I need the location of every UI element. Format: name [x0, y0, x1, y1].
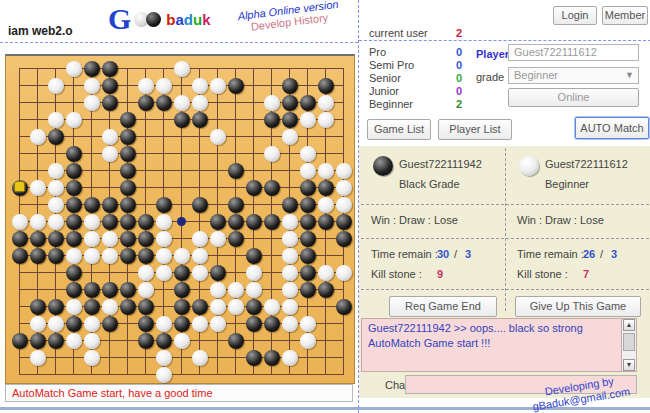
stat-label: Senior [369, 72, 401, 84]
white-stone [300, 112, 316, 128]
black-stone [282, 112, 298, 128]
black-stone [336, 214, 352, 230]
black-stone [66, 163, 82, 179]
site-tag: iam web2.o [8, 24, 73, 38]
black-stone [66, 146, 82, 162]
white-stone [30, 316, 46, 332]
white-stone [156, 316, 172, 332]
white-stone [192, 78, 208, 94]
black-time-main: 30 [437, 248, 449, 260]
white-stone [30, 180, 46, 196]
white-stone [30, 350, 46, 366]
current-user-count: 2 [456, 27, 462, 39]
white-stone [300, 163, 316, 179]
white-time-label: Time remain : [517, 248, 584, 260]
scroll-down-icon[interactable]: ▼ [623, 359, 635, 371]
white-stone [138, 265, 154, 281]
black-stone [264, 180, 280, 196]
white-stone [336, 197, 352, 213]
black-stone [66, 316, 82, 332]
black-stone [336, 231, 352, 247]
black-stone [120, 129, 136, 145]
black-stone [228, 197, 244, 213]
black-stone [192, 197, 208, 213]
black-stone [120, 180, 136, 196]
black-stone [282, 78, 298, 94]
black-stone [84, 197, 100, 213]
chat-message: Guest722111942 >> oops.... black so stro… [362, 319, 636, 334]
black-stone [210, 265, 226, 281]
white-stone [102, 248, 118, 264]
req-game-end-button[interactable]: Req Game End [389, 296, 497, 317]
black-stone [66, 197, 82, 213]
logo-letter: b [166, 11, 175, 28]
white-stone [282, 282, 298, 298]
black-stone [174, 282, 190, 298]
black-stone [174, 316, 190, 332]
white-stone [66, 299, 82, 315]
black-stone [246, 214, 262, 230]
white-stone [246, 282, 262, 298]
black-stone [48, 299, 64, 315]
black-stone [300, 197, 316, 213]
black-stone [318, 214, 334, 230]
section-divider [361, 204, 649, 205]
white-stone [48, 112, 64, 128]
white-stone [138, 282, 154, 298]
white-stone [282, 299, 298, 315]
black-stone [66, 180, 82, 196]
black-stone [174, 265, 190, 281]
go-board[interactable] [5, 54, 355, 384]
white-stone [192, 316, 208, 332]
player-label: Player [476, 48, 509, 60]
stat-label: Pro [369, 46, 386, 58]
black-stone [282, 197, 298, 213]
white-player-grade: Beginner [545, 178, 589, 190]
white-time-sub: 3 [611, 248, 617, 260]
black-stone [300, 231, 316, 247]
white-stone [102, 231, 118, 247]
player-list-button[interactable]: Player List [438, 119, 512, 140]
logo-letter: d [184, 11, 193, 28]
chat-log[interactable]: Guest722111942 >> oops.... black so stro… [361, 318, 637, 372]
white-stone [282, 265, 298, 281]
login-button[interactable]: Login [553, 6, 597, 25]
white-stone [102, 129, 118, 145]
white-stone [210, 299, 226, 315]
black-stone [156, 333, 172, 349]
black-stone [138, 248, 154, 264]
white-kill-value: 7 [583, 268, 589, 280]
black-player-stone-icon [373, 156, 393, 176]
white-stone [282, 350, 298, 366]
auto-match-button[interactable]: AUTO Match [575, 117, 649, 139]
white-stone [156, 214, 172, 230]
goo-baduk-app: iam web2.o G baduk Alpha Online version … [0, 0, 650, 413]
black-stone [48, 231, 64, 247]
white-stone [156, 350, 172, 366]
black-kill-label: Kill stone : [371, 268, 422, 280]
black-stone [48, 248, 64, 264]
white-stone [282, 316, 298, 332]
white-stone [228, 282, 244, 298]
black-stone [300, 180, 316, 196]
black-stone [192, 112, 208, 128]
black-stone [174, 299, 190, 315]
black-stone [120, 197, 136, 213]
version-note: Alpha Online version Develop History [237, 0, 341, 34]
white-stone [192, 350, 208, 366]
give-up-button[interactable]: Give Up This Game [515, 296, 641, 317]
black-stone [102, 316, 118, 332]
grade-select[interactable]: Beginner ▼ [508, 67, 639, 84]
white-stone [300, 146, 316, 162]
white-stone [48, 180, 64, 196]
site-logo: G baduk [108, 4, 211, 34]
white-stone [156, 265, 172, 281]
white-stone [336, 265, 352, 281]
white-stone [318, 265, 334, 281]
black-stone-icon [146, 12, 161, 27]
white-stone [84, 333, 100, 349]
black-stone [210, 214, 226, 230]
white-stone [174, 95, 190, 111]
match-panel: Guest722111942 Black Grade Guest72211161… [359, 146, 650, 398]
black-stone [246, 180, 262, 196]
white-stone [84, 316, 100, 332]
white-stone [318, 197, 334, 213]
white-stone [210, 78, 226, 94]
white-stone [264, 299, 280, 315]
black-stone [66, 214, 82, 230]
black-stone [84, 61, 100, 77]
white-stone [282, 231, 298, 247]
stat-label: Beginner [369, 98, 413, 110]
black-stone [48, 129, 64, 145]
status-bar: AutoMatch Game start, have a good time [5, 384, 353, 402]
white-stone [264, 146, 280, 162]
white-stone [84, 78, 100, 94]
grade-label: grade [476, 71, 504, 83]
time-separator: / [454, 248, 457, 260]
black-stone [246, 299, 262, 315]
black-record: Win : Draw : Lose [371, 214, 458, 226]
black-stone [138, 316, 154, 332]
black-stone [66, 265, 82, 281]
current-user-label: current user [369, 27, 428, 39]
black-stone [264, 316, 280, 332]
white-stone [102, 146, 118, 162]
stat-value: 0 [456, 46, 462, 58]
black-stone [300, 95, 316, 111]
black-stone [102, 197, 118, 213]
black-stone [318, 78, 334, 94]
white-stone [210, 316, 226, 332]
stat-label: Junior [369, 85, 399, 97]
black-stone [264, 112, 280, 128]
white-stone [336, 163, 352, 179]
white-stone [210, 129, 226, 145]
white-stone [156, 78, 172, 94]
scroll-up-icon[interactable]: ▲ [623, 319, 635, 331]
black-stone [174, 112, 190, 128]
black-stone [264, 350, 280, 366]
white-stone [48, 197, 64, 213]
white-stone [336, 180, 352, 196]
black-stone [228, 78, 244, 94]
black-stone [138, 231, 154, 247]
game-list-button[interactable]: Game List [367, 119, 431, 140]
white-stone [66, 112, 82, 128]
black-stone [30, 231, 46, 247]
black-stone [102, 282, 118, 298]
logo-letter-g: G [108, 4, 131, 34]
white-stone [30, 214, 46, 230]
white-stone [84, 231, 100, 247]
black-stone [102, 214, 118, 230]
black-stone [120, 214, 136, 230]
black-stone [300, 265, 316, 281]
black-stone [120, 112, 136, 128]
top-divider [359, 40, 650, 41]
stat-value: 0 [456, 72, 462, 84]
white-stone [174, 61, 190, 77]
black-stone [84, 299, 100, 315]
last-move-dot [177, 217, 186, 226]
black-stone [282, 95, 298, 111]
black-stone [246, 316, 262, 332]
column-divider [505, 148, 506, 311]
logo-letter: k [202, 11, 210, 28]
stat-value: 0 [456, 59, 462, 71]
black-stone [12, 231, 28, 247]
black-time-sub: 3 [465, 248, 471, 260]
black-stone [120, 282, 136, 298]
black-player-name: Guest722111942 [399, 158, 482, 170]
black-player-grade: Black Grade [399, 178, 460, 190]
chat-messages: Guest722111942 >> oops.... black so stro… [362, 319, 636, 349]
black-stone [228, 333, 244, 349]
chevron-down-icon: ▼ [625, 69, 634, 82]
white-stone [66, 333, 82, 349]
chat-message: AutoMatch Game start !!! [362, 334, 636, 349]
white-stone [66, 61, 82, 77]
black-stone [120, 231, 136, 247]
black-stone [120, 146, 136, 162]
right-pane: Login Member current user 2 Pro 0 Semi P… [358, 0, 650, 413]
white-stone [102, 299, 118, 315]
white-stone [300, 333, 316, 349]
black-stone [12, 333, 28, 349]
logo-letter: a [176, 11, 184, 28]
left-pane: iam web2.o G baduk Alpha Online version … [0, 0, 358, 413]
black-stone [138, 333, 154, 349]
grade-selected-value: Beginner [514, 69, 558, 81]
black-stone [156, 197, 172, 213]
white-stone [174, 333, 190, 349]
black-stone [12, 248, 28, 264]
black-stone [264, 214, 280, 230]
white-stone [228, 299, 244, 315]
white-stone [210, 282, 226, 298]
white-kill-label: Kill stone : [517, 268, 568, 280]
header-divider [0, 42, 358, 43]
white-stone [12, 214, 28, 230]
black-stone [102, 61, 118, 77]
black-stone [318, 180, 334, 196]
black-stone [300, 214, 316, 230]
white-stone [264, 95, 280, 111]
white-stone [300, 316, 316, 332]
black-stone [30, 299, 46, 315]
player-name-input[interactable]: Guest722111612 [508, 44, 639, 61]
black-kill-value: 9 [437, 268, 443, 280]
white-player-stone-icon [519, 156, 539, 176]
black-stone [228, 163, 244, 179]
white-stone [192, 231, 208, 247]
black-stone [246, 350, 262, 366]
white-stone [48, 316, 64, 332]
section-divider [361, 238, 649, 239]
online-button[interactable]: Online [508, 88, 639, 107]
white-stone [282, 214, 298, 230]
black-stone [138, 214, 154, 230]
black-stone [336, 299, 352, 315]
white-stone [48, 214, 64, 230]
member-button[interactable]: Member [602, 6, 648, 25]
white-stone [318, 163, 334, 179]
black-time-label: Time remain : [371, 248, 438, 260]
white-stone [138, 78, 154, 94]
black-stone [300, 282, 316, 298]
stat-value: 2 [456, 98, 462, 110]
white-stone [282, 129, 298, 145]
logo-baduk-text: baduk [166, 11, 210, 28]
white-record: Win : Draw : Lose [517, 214, 604, 226]
white-stone [48, 78, 64, 94]
time-separator: / [600, 248, 603, 260]
white-stone [192, 248, 208, 264]
black-stone [30, 248, 46, 264]
black-stone [228, 231, 244, 247]
black-stone [138, 95, 154, 111]
black-stone [84, 282, 100, 298]
white-stone [66, 248, 82, 264]
black-stone [102, 78, 118, 94]
black-stone [246, 248, 262, 264]
black-stone [318, 282, 334, 298]
white-stone [156, 367, 172, 383]
turn-hand-icon [14, 181, 25, 192]
black-stone [156, 95, 172, 111]
white-stone [48, 163, 64, 179]
black-stone [192, 299, 208, 315]
white-stone [318, 112, 334, 128]
go-board-grid[interactable] [19, 68, 344, 375]
white-stone [318, 95, 334, 111]
black-stone [120, 248, 136, 264]
white-stone [192, 95, 208, 111]
black-stone [30, 333, 46, 349]
black-stone [120, 299, 136, 315]
white-stone [174, 248, 190, 264]
white-stone [246, 265, 262, 281]
white-stone [84, 214, 100, 230]
stat-label: Semi Pro [369, 59, 414, 71]
black-stone [228, 214, 244, 230]
chat-scrollbar[interactable]: ▲ ▼ [621, 319, 636, 371]
section-divider [361, 289, 649, 290]
white-stone [210, 231, 226, 247]
black-stone [66, 282, 82, 298]
white-player-name: Guest722111612 [545, 158, 628, 170]
scrollbar-thumb[interactable] [623, 333, 635, 351]
white-stone [156, 248, 172, 264]
white-stone [282, 248, 298, 264]
black-stone [300, 248, 316, 264]
logo-letter: u [193, 11, 202, 28]
stat-value: 0 [456, 85, 462, 97]
black-stone [66, 231, 82, 247]
white-stone [156, 231, 172, 247]
white-stone [84, 95, 100, 111]
white-stone [30, 129, 46, 145]
white-time-main: 26 [583, 248, 595, 260]
black-stone [102, 95, 118, 111]
black-stone [48, 333, 64, 349]
white-stone [84, 248, 100, 264]
black-stone [120, 163, 136, 179]
white-stone [84, 350, 100, 366]
white-stone [192, 265, 208, 281]
black-stone [138, 299, 154, 315]
